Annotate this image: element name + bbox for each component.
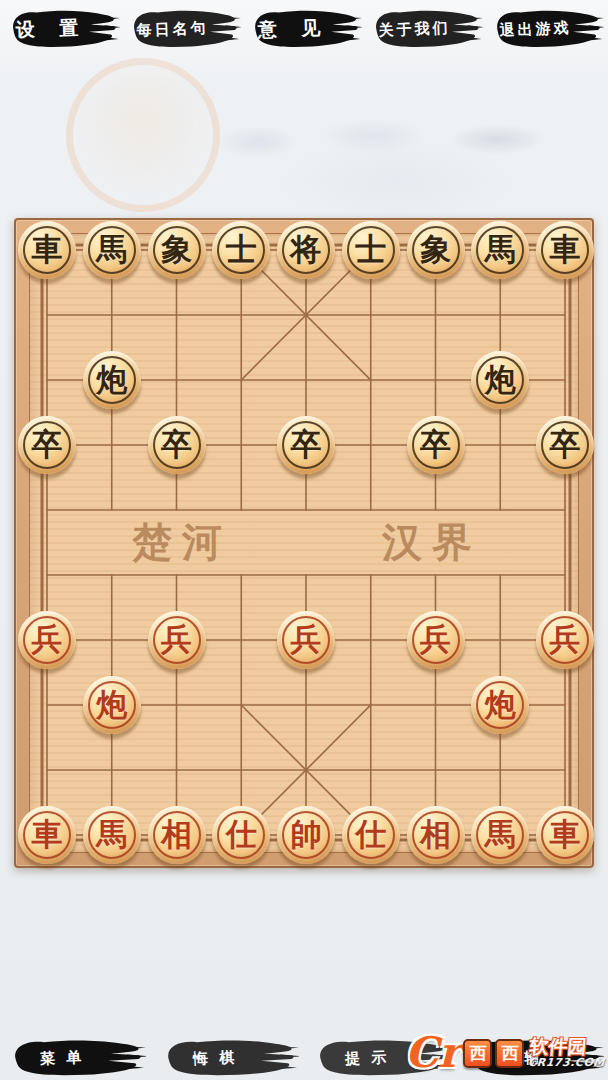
- about-us-label: 关于我们: [366, 4, 463, 53]
- piece-character: 車: [550, 234, 581, 265]
- feedback-button[interactable]: 意 见: [246, 6, 362, 52]
- piece-character: 象: [420, 234, 451, 265]
- watermark-text-column: 软件园 CR173.COM: [528, 1037, 607, 1069]
- settings-label: 设 置: [3, 4, 100, 53]
- exit-game-label: 退出游戏: [487, 4, 584, 53]
- watermark-xi-box-2: 西: [495, 1039, 524, 1068]
- piece-character: 相: [420, 819, 451, 850]
- piece-black-horse[interactable]: 馬: [471, 221, 529, 279]
- piece-black-horse[interactable]: 馬: [83, 221, 141, 279]
- piece-black-soldier[interactable]: 卒: [536, 416, 594, 474]
- daily-quote-label: 每日名句: [124, 4, 221, 53]
- piece-character: 兵: [420, 624, 451, 655]
- piece-character: 馬: [485, 819, 516, 850]
- xiangqi-board: 楚河 汉界 車馬象士将士象馬車炮炮卒卒卒卒卒兵兵兵兵兵炮炮車馬相仕帥仕相馬車: [14, 218, 594, 868]
- piece-character: 将: [291, 234, 322, 265]
- piece-black-advisor[interactable]: 士: [212, 221, 270, 279]
- piece-character: 卒: [32, 429, 63, 460]
- piece-character: 仕: [355, 819, 386, 850]
- piece-character: 炮: [485, 689, 516, 720]
- piece-character: 馬: [96, 819, 127, 850]
- piece-black-cannon[interactable]: 炮: [83, 351, 141, 409]
- piece-black-advisor[interactable]: 士: [342, 221, 400, 279]
- undo-move-label: 悔 棋: [156, 1034, 274, 1080]
- piece-character: 車: [550, 819, 581, 850]
- menu-label: 菜 单: [3, 1034, 121, 1080]
- piece-red-horse[interactable]: 馬: [83, 806, 141, 864]
- piece-character: 兵: [550, 624, 581, 655]
- piece-red-advisor[interactable]: 仕: [212, 806, 270, 864]
- river-label-left: 楚河: [131, 518, 232, 565]
- piece-character: 炮: [96, 364, 127, 395]
- site-watermark: Cr 西 西 软件园 CR173.COM: [405, 1032, 606, 1074]
- piece-red-soldier[interactable]: 兵: [148, 611, 206, 669]
- piece-red-cannon[interactable]: 炮: [83, 676, 141, 734]
- piece-character: 仕: [226, 819, 257, 850]
- piece-red-horse[interactable]: 馬: [471, 806, 529, 864]
- piece-character: 帥: [291, 819, 322, 850]
- piece-character: 車: [32, 234, 63, 265]
- piece-character: 卒: [161, 429, 192, 460]
- board-grid: 楚河 汉界: [47, 250, 565, 835]
- piece-character: 馬: [485, 234, 516, 265]
- piece-red-chariot[interactable]: 車: [536, 806, 594, 864]
- piece-character: 士: [355, 234, 386, 265]
- piece-character: 炮: [485, 364, 516, 395]
- piece-red-soldier[interactable]: 兵: [536, 611, 594, 669]
- top-menu-bar: 设 置 每日名句 意 见 关于我们: [0, 6, 608, 54]
- exit-game-button[interactable]: 退出游戏: [488, 6, 604, 52]
- daily-quote-button[interactable]: 每日名句: [125, 6, 241, 52]
- piece-black-chariot[interactable]: 車: [536, 221, 594, 279]
- piece-character: 相: [161, 819, 192, 850]
- grid-lines: [42, 245, 570, 840]
- piece-red-soldier[interactable]: 兵: [18, 611, 76, 669]
- piece-black-chariot[interactable]: 車: [18, 221, 76, 279]
- piece-character: 卒: [291, 429, 322, 460]
- piece-red-cannon[interactable]: 炮: [471, 676, 529, 734]
- background-mountain-mist: [120, 90, 580, 220]
- watermark-xi-box-1: 西: [463, 1039, 492, 1068]
- settings-button[interactable]: 设 置: [4, 6, 120, 52]
- river-label-right: 汉界: [381, 518, 482, 565]
- piece-character: 車: [32, 819, 63, 850]
- piece-black-soldier[interactable]: 卒: [148, 416, 206, 474]
- piece-black-cannon[interactable]: 炮: [471, 351, 529, 409]
- watermark-domain: CR173.COM: [528, 1056, 606, 1069]
- piece-character: 馬: [96, 234, 127, 265]
- piece-red-elephant[interactable]: 相: [407, 806, 465, 864]
- piece-character: 卒: [420, 429, 451, 460]
- piece-red-chariot[interactable]: 車: [18, 806, 76, 864]
- piece-character: 卒: [550, 429, 581, 460]
- app-screen: 设 置 每日名句 意 见 关于我们: [0, 0, 608, 1080]
- piece-character: 士: [226, 234, 257, 265]
- piece-black-soldier[interactable]: 卒: [407, 416, 465, 474]
- piece-red-advisor[interactable]: 仕: [342, 806, 400, 864]
- piece-black-soldier[interactable]: 卒: [277, 416, 335, 474]
- piece-black-soldier[interactable]: 卒: [18, 416, 76, 474]
- piece-black-elephant[interactable]: 象: [148, 221, 206, 279]
- piece-black-general[interactable]: 将: [277, 221, 335, 279]
- piece-red-elephant[interactable]: 相: [148, 806, 206, 864]
- piece-character: 兵: [32, 624, 63, 655]
- watermark-cr-logo: Cr: [405, 1032, 461, 1074]
- about-us-button[interactable]: 关于我们: [367, 6, 483, 52]
- piece-black-elephant[interactable]: 象: [407, 221, 465, 279]
- piece-character: 兵: [161, 624, 192, 655]
- feedback-label: 意 见: [245, 4, 342, 53]
- undo-move-button[interactable]: 悔 棋: [157, 1036, 299, 1080]
- piece-red-soldier[interactable]: 兵: [407, 611, 465, 669]
- menu-button[interactable]: 菜 单: [4, 1036, 146, 1080]
- piece-red-general[interactable]: 帥: [277, 806, 335, 864]
- piece-red-soldier[interactable]: 兵: [277, 611, 335, 669]
- watermark-site-suffix: 软件园: [529, 1037, 588, 1056]
- piece-character: 炮: [96, 689, 127, 720]
- piece-character: 象: [161, 234, 192, 265]
- piece-character: 兵: [291, 624, 322, 655]
